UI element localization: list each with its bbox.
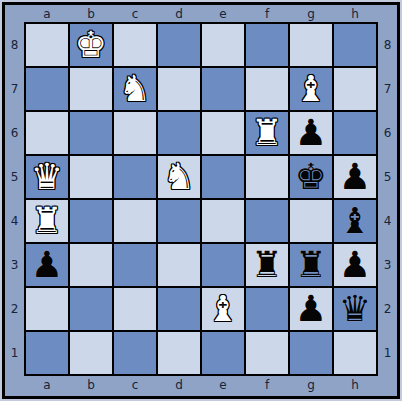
square-e4[interactable] — [202, 200, 244, 242]
rank-label-7: 7 — [11, 83, 19, 95]
square-f3[interactable]: ♜ — [246, 244, 288, 286]
file-label-b: b — [87, 379, 95, 391]
square-g5[interactable]: ♚ — [290, 156, 332, 198]
square-c1[interactable] — [114, 332, 156, 374]
file-label-e: e — [219, 8, 226, 20]
file-label-h: h — [351, 379, 359, 391]
rank-label-4: 4 — [11, 215, 19, 227]
rank-label-8: 8 — [384, 39, 392, 51]
rank-labels-right: 87654321 — [384, 22, 392, 376]
square-a6[interactable] — [26, 112, 68, 154]
white-rook-f6: ♜ — [251, 112, 283, 154]
square-d4[interactable] — [158, 200, 200, 242]
square-b6[interactable] — [70, 112, 112, 154]
board-frame: abcdefgh 87654321 ♚♞♝♜♟♛♞♚♟♜♝♟♜♜♟♝♟♛ 876… — [2, 2, 400, 399]
black-bishop-h4: ♝ — [339, 200, 371, 242]
square-a5[interactable]: ♛ — [26, 156, 68, 198]
square-a3[interactable]: ♟ — [26, 244, 68, 286]
black-pawn-a3: ♟ — [31, 244, 63, 286]
chess-diagram: abcdefgh 87654321 ♚♞♝♜♟♛♞♚♟♜♝♟♜♜♟♝♟♛ 876… — [0, 0, 402, 401]
file-labels-top: abcdefgh — [24, 8, 378, 20]
black-king-g5: ♚ — [295, 156, 327, 198]
square-b7[interactable] — [70, 68, 112, 110]
rank-label-6: 6 — [11, 127, 19, 139]
black-pawn-h3: ♟ — [339, 244, 371, 286]
rank-label-8: 8 — [11, 39, 19, 51]
file-label-c: c — [132, 8, 139, 20]
file-label-a: a — [43, 379, 50, 391]
square-d5[interactable]: ♞ — [158, 156, 200, 198]
white-rook-a4: ♜ — [31, 200, 63, 242]
white-king-b8: ♚ — [75, 24, 107, 66]
square-h2[interactable]: ♛ — [334, 288, 376, 330]
file-label-b: b — [87, 8, 95, 20]
square-g3[interactable]: ♜ — [290, 244, 332, 286]
rank-label-3: 3 — [11, 259, 19, 271]
square-c7[interactable]: ♞ — [114, 68, 156, 110]
square-f8[interactable] — [246, 24, 288, 66]
square-f5[interactable] — [246, 156, 288, 198]
white-knight-d5: ♞ — [163, 156, 195, 198]
square-b5[interactable] — [70, 156, 112, 198]
square-d2[interactable] — [158, 288, 200, 330]
file-label-f: f — [265, 379, 269, 391]
square-d8[interactable] — [158, 24, 200, 66]
square-a7[interactable] — [26, 68, 68, 110]
square-g1[interactable] — [290, 332, 332, 374]
square-h3[interactable]: ♟ — [334, 244, 376, 286]
file-labels-bottom: abcdefgh — [24, 379, 378, 391]
square-g6[interactable]: ♟ — [290, 112, 332, 154]
square-d7[interactable] — [158, 68, 200, 110]
rank-labels-left: 87654321 — [11, 22, 19, 376]
square-c3[interactable] — [114, 244, 156, 286]
square-b1[interactable] — [70, 332, 112, 374]
square-e5[interactable] — [202, 156, 244, 198]
rank-label-2: 2 — [384, 303, 392, 315]
square-e6[interactable] — [202, 112, 244, 154]
file-label-e: e — [219, 379, 226, 391]
square-d6[interactable] — [158, 112, 200, 154]
black-pawn-g2: ♟ — [295, 288, 327, 330]
white-knight-c7: ♞ — [119, 68, 151, 110]
square-b4[interactable] — [70, 200, 112, 242]
square-h7[interactable] — [334, 68, 376, 110]
square-h6[interactable] — [334, 112, 376, 154]
black-rook-g3: ♜ — [295, 244, 327, 286]
rank-label-2: 2 — [11, 303, 19, 315]
rank-label-4: 4 — [384, 215, 392, 227]
black-queen-h2: ♛ — [339, 288, 371, 330]
square-d3[interactable] — [158, 244, 200, 286]
square-f6[interactable]: ♜ — [246, 112, 288, 154]
square-g7[interactable]: ♝ — [290, 68, 332, 110]
file-label-c: c — [132, 379, 139, 391]
square-f4[interactable] — [246, 200, 288, 242]
square-a1[interactable] — [26, 332, 68, 374]
rank-label-1: 1 — [384, 347, 392, 359]
square-h8[interactable] — [334, 24, 376, 66]
square-b8[interactable]: ♚ — [70, 24, 112, 66]
square-b2[interactable] — [70, 288, 112, 330]
black-rook-f3: ♜ — [251, 244, 283, 286]
rank-label-5: 5 — [11, 171, 19, 183]
square-a2[interactable] — [26, 288, 68, 330]
chess-board: ♚♞♝♜♟♛♞♚♟♜♝♟♜♜♟♝♟♛ — [24, 22, 378, 376]
file-label-d: d — [175, 8, 183, 20]
file-label-h: h — [351, 8, 359, 20]
square-c8[interactable] — [114, 24, 156, 66]
square-g2[interactable]: ♟ — [290, 288, 332, 330]
square-c5[interactable] — [114, 156, 156, 198]
square-f2[interactable] — [246, 288, 288, 330]
white-queen-a5: ♛ — [31, 156, 63, 198]
square-c6[interactable] — [114, 112, 156, 154]
square-e8[interactable] — [202, 24, 244, 66]
rank-label-6: 6 — [384, 127, 392, 139]
file-label-f: f — [265, 8, 269, 20]
square-f1[interactable] — [246, 332, 288, 374]
file-label-d: d — [175, 379, 183, 391]
black-pawn-g6: ♟ — [295, 112, 327, 154]
square-h4[interactable]: ♝ — [334, 200, 376, 242]
square-e1[interactable] — [202, 332, 244, 374]
square-c4[interactable] — [114, 200, 156, 242]
square-c2[interactable] — [114, 288, 156, 330]
black-pawn-h5: ♟ — [339, 156, 371, 198]
file-label-g: g — [307, 8, 315, 20]
square-g4[interactable] — [290, 200, 332, 242]
square-d1[interactable] — [158, 332, 200, 374]
white-bishop-e2: ♝ — [207, 288, 239, 330]
rank-label-3: 3 — [384, 259, 392, 271]
square-e3[interactable] — [202, 244, 244, 286]
white-bishop-g7: ♝ — [295, 68, 327, 110]
square-g8[interactable] — [290, 24, 332, 66]
square-e2[interactable]: ♝ — [202, 288, 244, 330]
square-a8[interactable] — [26, 24, 68, 66]
square-h5[interactable]: ♟ — [334, 156, 376, 198]
square-a4[interactable]: ♜ — [26, 200, 68, 242]
file-label-g: g — [307, 379, 315, 391]
square-f7[interactable] — [246, 68, 288, 110]
square-h1[interactable] — [334, 332, 376, 374]
square-e7[interactable] — [202, 68, 244, 110]
rank-label-5: 5 — [384, 171, 392, 183]
rank-label-7: 7 — [384, 83, 392, 95]
file-label-a: a — [43, 8, 50, 20]
square-b3[interactable] — [70, 244, 112, 286]
rank-label-1: 1 — [11, 347, 19, 359]
